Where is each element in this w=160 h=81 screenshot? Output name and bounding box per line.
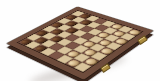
board-frame	[7, 7, 154, 80]
board-grid	[18, 11, 142, 72]
board-photo-scene	[0, 0, 160, 81]
checkers-board	[7, 7, 154, 80]
